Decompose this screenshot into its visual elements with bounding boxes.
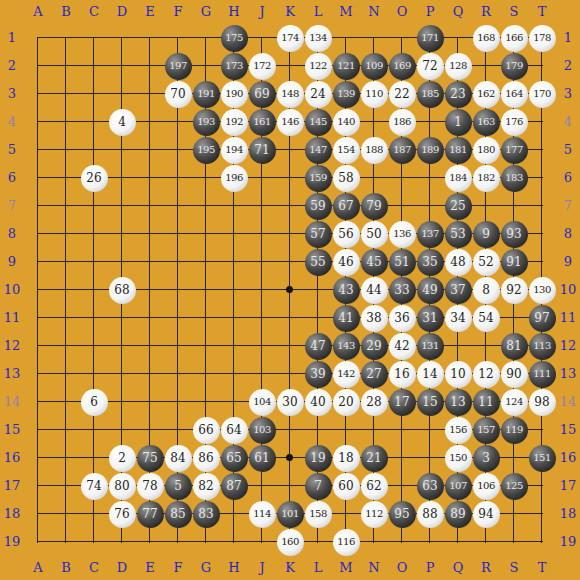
board-point-R18[interactable]: 94 (472, 500, 500, 528)
board-point-N19[interactable] (360, 528, 388, 556)
board-point-N16[interactable]: 21 (360, 444, 388, 472)
board-point-O11[interactable]: 36 (388, 304, 416, 332)
board-point-N17[interactable]: 62 (360, 472, 388, 500)
board-point-A13[interactable] (24, 360, 52, 388)
board-point-A9[interactable] (24, 248, 52, 276)
board-point-K6[interactable] (276, 164, 304, 192)
board-point-K11[interactable] (276, 304, 304, 332)
board-point-F9[interactable] (164, 248, 192, 276)
board-point-B8[interactable] (52, 220, 80, 248)
board-point-K5[interactable] (276, 136, 304, 164)
board-point-S11[interactable] (500, 304, 528, 332)
board-point-H11[interactable] (220, 304, 248, 332)
board-point-H1[interactable]: 175 (220, 24, 248, 52)
board-point-H9[interactable] (220, 248, 248, 276)
board-point-L16[interactable]: 19 (304, 444, 332, 472)
board-point-O8[interactable]: 136 (388, 220, 416, 248)
board-point-R14[interactable]: 11 (472, 388, 500, 416)
board-point-P10[interactable]: 49 (416, 276, 444, 304)
board-point-F1[interactable] (164, 24, 192, 52)
board-point-S3[interactable]: 164 (500, 80, 528, 108)
board-point-E5[interactable] (136, 136, 164, 164)
board-point-G4[interactable]: 193 (192, 108, 220, 136)
board-point-D15[interactable] (108, 416, 136, 444)
board-point-G1[interactable] (192, 24, 220, 52)
board-point-S2[interactable]: 179 (500, 52, 528, 80)
board-point-F14[interactable] (164, 388, 192, 416)
board-point-T4[interactable] (528, 108, 556, 136)
board-point-B13[interactable] (52, 360, 80, 388)
board-point-B17[interactable] (52, 472, 80, 500)
board-point-T3[interactable]: 170 (528, 80, 556, 108)
board-point-B2[interactable] (52, 52, 80, 80)
board-point-T2[interactable] (528, 52, 556, 80)
board-point-N9[interactable]: 45 (360, 248, 388, 276)
board-point-D8[interactable] (108, 220, 136, 248)
board-point-R16[interactable]: 3 (472, 444, 500, 472)
board-point-F2[interactable]: 197 (164, 52, 192, 80)
board-point-P4[interactable] (416, 108, 444, 136)
board-point-P1[interactable]: 171 (416, 24, 444, 52)
board-point-N13[interactable]: 27 (360, 360, 388, 388)
board-point-B12[interactable] (52, 332, 80, 360)
board-point-J15[interactable]: 103 (248, 416, 276, 444)
board-point-D16[interactable]: 2 (108, 444, 136, 472)
board-point-F7[interactable] (164, 192, 192, 220)
board-point-N6[interactable] (360, 164, 388, 192)
board-point-D14[interactable] (108, 388, 136, 416)
board-point-R7[interactable] (472, 192, 500, 220)
board-point-L3[interactable]: 24 (304, 80, 332, 108)
board-point-H8[interactable] (220, 220, 248, 248)
board-point-A2[interactable] (24, 52, 52, 80)
board-point-O14[interactable]: 17 (388, 388, 416, 416)
board-point-B18[interactable] (52, 500, 80, 528)
board-point-B1[interactable] (52, 24, 80, 52)
board-point-L5[interactable]: 147 (304, 136, 332, 164)
board-point-D6[interactable] (108, 164, 136, 192)
board-point-Q13[interactable]: 10 (444, 360, 472, 388)
board-point-F18[interactable]: 85 (164, 500, 192, 528)
board-point-F17[interactable]: 5 (164, 472, 192, 500)
board-point-J14[interactable]: 104 (248, 388, 276, 416)
board-point-L15[interactable] (304, 416, 332, 444)
board-point-Q19[interactable] (444, 528, 472, 556)
board-point-G9[interactable] (192, 248, 220, 276)
board-point-K7[interactable] (276, 192, 304, 220)
board-point-H17[interactable]: 87 (220, 472, 248, 500)
board-point-E11[interactable] (136, 304, 164, 332)
board-point-H7[interactable] (220, 192, 248, 220)
board-point-N7[interactable]: 79 (360, 192, 388, 220)
board-point-M15[interactable] (332, 416, 360, 444)
board-point-Q17[interactable]: 107 (444, 472, 472, 500)
board-point-E14[interactable] (136, 388, 164, 416)
board-point-L12[interactable]: 47 (304, 332, 332, 360)
board-point-T14[interactable]: 98 (528, 388, 556, 416)
board-point-E9[interactable] (136, 248, 164, 276)
board-point-J13[interactable] (248, 360, 276, 388)
board-point-Q16[interactable]: 150 (444, 444, 472, 472)
board-point-P11[interactable]: 31 (416, 304, 444, 332)
board-point-P17[interactable]: 63 (416, 472, 444, 500)
board-point-K1[interactable]: 174 (276, 24, 304, 52)
board-point-G17[interactable]: 82 (192, 472, 220, 500)
board-point-T19[interactable] (528, 528, 556, 556)
board-point-J6[interactable] (248, 164, 276, 192)
board-point-L18[interactable]: 158 (304, 500, 332, 528)
board-point-R8[interactable]: 9 (472, 220, 500, 248)
board-point-R2[interactable] (472, 52, 500, 80)
board-point-H6[interactable]: 196 (220, 164, 248, 192)
board-point-C6[interactable]: 26 (80, 164, 108, 192)
board-point-M14[interactable]: 20 (332, 388, 360, 416)
board-point-O5[interactable]: 187 (388, 136, 416, 164)
board-point-M4[interactable]: 140 (332, 108, 360, 136)
board-point-C15[interactable] (80, 416, 108, 444)
board-point-A4[interactable] (24, 108, 52, 136)
board-point-N5[interactable]: 188 (360, 136, 388, 164)
board-point-K10[interactable] (276, 276, 304, 304)
board-point-P7[interactable] (416, 192, 444, 220)
board-point-G14[interactable] (192, 388, 220, 416)
board-point-M13[interactable]: 142 (332, 360, 360, 388)
board-point-A8[interactable] (24, 220, 52, 248)
board-point-E13[interactable] (136, 360, 164, 388)
board-point-H12[interactable] (220, 332, 248, 360)
board-point-F3[interactable]: 70 (164, 80, 192, 108)
board-point-S10[interactable]: 92 (500, 276, 528, 304)
board-point-O13[interactable]: 16 (388, 360, 416, 388)
board-point-P8[interactable]: 137 (416, 220, 444, 248)
board-point-D4[interactable]: 4 (108, 108, 136, 136)
board-point-T15[interactable] (528, 416, 556, 444)
board-point-R9[interactable]: 52 (472, 248, 500, 276)
board-point-D19[interactable] (108, 528, 136, 556)
board-point-D5[interactable] (108, 136, 136, 164)
board-point-S5[interactable]: 177 (500, 136, 528, 164)
board-point-C2[interactable] (80, 52, 108, 80)
board-point-F11[interactable] (164, 304, 192, 332)
board-point-C13[interactable] (80, 360, 108, 388)
board-point-A12[interactable] (24, 332, 52, 360)
board-point-E18[interactable]: 77 (136, 500, 164, 528)
board-point-J4[interactable]: 161 (248, 108, 276, 136)
board-point-R19[interactable] (472, 528, 500, 556)
board-point-O3[interactable]: 22 (388, 80, 416, 108)
board-point-Q5[interactable]: 181 (444, 136, 472, 164)
board-point-N1[interactable] (360, 24, 388, 52)
board-point-E10[interactable] (136, 276, 164, 304)
board-point-C19[interactable] (80, 528, 108, 556)
board-point-G8[interactable] (192, 220, 220, 248)
board-point-B19[interactable] (52, 528, 80, 556)
board-point-O1[interactable] (388, 24, 416, 52)
board-point-H16[interactable]: 65 (220, 444, 248, 472)
board-point-O15[interactable] (388, 416, 416, 444)
board-point-H4[interactable]: 192 (220, 108, 248, 136)
board-point-C11[interactable] (80, 304, 108, 332)
board-point-S8[interactable]: 93 (500, 220, 528, 248)
board-point-K19[interactable]: 160 (276, 528, 304, 556)
board-point-Q18[interactable]: 89 (444, 500, 472, 528)
board-point-Q2[interactable]: 128 (444, 52, 472, 80)
board-point-H5[interactable]: 194 (220, 136, 248, 164)
board-point-K16[interactable] (276, 444, 304, 472)
board-point-M2[interactable]: 121 (332, 52, 360, 80)
board-point-M5[interactable]: 154 (332, 136, 360, 164)
board-point-D17[interactable]: 80 (108, 472, 136, 500)
board-point-N2[interactable]: 109 (360, 52, 388, 80)
board-point-E17[interactable]: 78 (136, 472, 164, 500)
board-point-N4[interactable] (360, 108, 388, 136)
board-point-J1[interactable] (248, 24, 276, 52)
board-point-E1[interactable] (136, 24, 164, 52)
board-point-P16[interactable] (416, 444, 444, 472)
board-point-K17[interactable] (276, 472, 304, 500)
board-point-L17[interactable]: 7 (304, 472, 332, 500)
board-point-E4[interactable] (136, 108, 164, 136)
board-point-T9[interactable] (528, 248, 556, 276)
board-point-N11[interactable]: 38 (360, 304, 388, 332)
board-point-Q12[interactable] (444, 332, 472, 360)
board-point-K13[interactable] (276, 360, 304, 388)
board-point-Q4[interactable]: 1 (444, 108, 472, 136)
board-point-L1[interactable]: 134 (304, 24, 332, 52)
board-point-B5[interactable] (52, 136, 80, 164)
board-point-Q3[interactable]: 23 (444, 80, 472, 108)
board-point-F13[interactable] (164, 360, 192, 388)
board-point-F19[interactable] (164, 528, 192, 556)
board-point-T18[interactable] (528, 500, 556, 528)
board-point-R10[interactable]: 8 (472, 276, 500, 304)
board-point-A19[interactable] (24, 528, 52, 556)
board-point-E6[interactable] (136, 164, 164, 192)
board-point-J11[interactable] (248, 304, 276, 332)
board-point-K4[interactable]: 146 (276, 108, 304, 136)
board-point-B14[interactable] (52, 388, 80, 416)
board-point-M8[interactable]: 56 (332, 220, 360, 248)
board-point-G6[interactable] (192, 164, 220, 192)
board-point-J19[interactable] (248, 528, 276, 556)
board-point-H10[interactable] (220, 276, 248, 304)
board-point-O6[interactable] (388, 164, 416, 192)
board-point-T1[interactable]: 178 (528, 24, 556, 52)
board-point-P6[interactable] (416, 164, 444, 192)
board-point-E7[interactable] (136, 192, 164, 220)
board-point-C1[interactable] (80, 24, 108, 52)
board-point-H3[interactable]: 190 (220, 80, 248, 108)
board-point-K3[interactable]: 148 (276, 80, 304, 108)
board-point-D7[interactable] (108, 192, 136, 220)
board-point-T16[interactable]: 151 (528, 444, 556, 472)
board-point-P14[interactable]: 15 (416, 388, 444, 416)
board-point-B10[interactable] (52, 276, 80, 304)
board-point-G15[interactable]: 66 (192, 416, 220, 444)
board-point-A16[interactable] (24, 444, 52, 472)
board-point-L19[interactable] (304, 528, 332, 556)
board-point-K15[interactable] (276, 416, 304, 444)
board-point-R17[interactable]: 106 (472, 472, 500, 500)
board-point-S17[interactable]: 125 (500, 472, 528, 500)
board-point-H18[interactable] (220, 500, 248, 528)
board-point-M16[interactable]: 18 (332, 444, 360, 472)
board-point-A18[interactable] (24, 500, 52, 528)
board-point-R11[interactable]: 54 (472, 304, 500, 332)
board-point-J8[interactable] (248, 220, 276, 248)
board-point-N8[interactable]: 50 (360, 220, 388, 248)
board-point-F8[interactable] (164, 220, 192, 248)
board-point-R4[interactable]: 163 (472, 108, 500, 136)
board-point-A14[interactable] (24, 388, 52, 416)
board-point-E8[interactable] (136, 220, 164, 248)
board-point-C10[interactable] (80, 276, 108, 304)
board-point-N15[interactable] (360, 416, 388, 444)
board-point-P2[interactable]: 72 (416, 52, 444, 80)
board-point-R13[interactable]: 12 (472, 360, 500, 388)
board-point-Q10[interactable]: 37 (444, 276, 472, 304)
board-point-K2[interactable] (276, 52, 304, 80)
board-point-G3[interactable]: 191 (192, 80, 220, 108)
board-point-S1[interactable]: 166 (500, 24, 528, 52)
board-point-H19[interactable] (220, 528, 248, 556)
board-point-H13[interactable] (220, 360, 248, 388)
board-point-K9[interactable] (276, 248, 304, 276)
board-point-G18[interactable]: 83 (192, 500, 220, 528)
board-point-T12[interactable]: 113 (528, 332, 556, 360)
board-point-A10[interactable] (24, 276, 52, 304)
board-point-G10[interactable] (192, 276, 220, 304)
board-point-M10[interactable]: 43 (332, 276, 360, 304)
board-point-L11[interactable] (304, 304, 332, 332)
board-point-G11[interactable] (192, 304, 220, 332)
board-point-J9[interactable] (248, 248, 276, 276)
board-point-C8[interactable] (80, 220, 108, 248)
board-point-E15[interactable] (136, 416, 164, 444)
board-point-K14[interactable]: 30 (276, 388, 304, 416)
board-point-B11[interactable] (52, 304, 80, 332)
board-point-T8[interactable] (528, 220, 556, 248)
board-point-S7[interactable] (500, 192, 528, 220)
board-point-L13[interactable]: 39 (304, 360, 332, 388)
board-point-E19[interactable] (136, 528, 164, 556)
board-point-J7[interactable] (248, 192, 276, 220)
board-point-E12[interactable] (136, 332, 164, 360)
board-point-N12[interactable]: 29 (360, 332, 388, 360)
board-point-P19[interactable] (416, 528, 444, 556)
board-point-P18[interactable]: 88 (416, 500, 444, 528)
board-point-J10[interactable] (248, 276, 276, 304)
board-point-G7[interactable] (192, 192, 220, 220)
board-point-B4[interactable] (52, 108, 80, 136)
board-point-N18[interactable]: 112 (360, 500, 388, 528)
board-point-R12[interactable] (472, 332, 500, 360)
board-point-A15[interactable] (24, 416, 52, 444)
board-point-F5[interactable] (164, 136, 192, 164)
board-point-C5[interactable] (80, 136, 108, 164)
board-point-S4[interactable]: 176 (500, 108, 528, 136)
board-point-D2[interactable] (108, 52, 136, 80)
board-point-P3[interactable]: 185 (416, 80, 444, 108)
board-point-J17[interactable] (248, 472, 276, 500)
board-point-S6[interactable]: 183 (500, 164, 528, 192)
board-point-Q7[interactable]: 25 (444, 192, 472, 220)
board-point-L14[interactable]: 40 (304, 388, 332, 416)
board-point-E2[interactable] (136, 52, 164, 80)
board-point-D12[interactable] (108, 332, 136, 360)
board-point-C17[interactable]: 74 (80, 472, 108, 500)
board-point-G12[interactable] (192, 332, 220, 360)
board-point-K12[interactable] (276, 332, 304, 360)
board-point-F6[interactable] (164, 164, 192, 192)
board-point-L7[interactable]: 59 (304, 192, 332, 220)
board-point-S18[interactable] (500, 500, 528, 528)
board-point-D18[interactable]: 76 (108, 500, 136, 528)
board-point-E3[interactable] (136, 80, 164, 108)
board-point-O10[interactable]: 33 (388, 276, 416, 304)
board-point-J16[interactable]: 61 (248, 444, 276, 472)
board-point-F12[interactable] (164, 332, 192, 360)
board-point-G2[interactable] (192, 52, 220, 80)
board-point-S15[interactable]: 119 (500, 416, 528, 444)
board-point-F16[interactable]: 84 (164, 444, 192, 472)
board-point-B15[interactable] (52, 416, 80, 444)
board-point-T7[interactable] (528, 192, 556, 220)
board-point-T5[interactable] (528, 136, 556, 164)
board-point-C12[interactable] (80, 332, 108, 360)
board-point-T11[interactable]: 97 (528, 304, 556, 332)
board-point-L9[interactable]: 55 (304, 248, 332, 276)
board-point-O16[interactable] (388, 444, 416, 472)
board-point-Q6[interactable]: 184 (444, 164, 472, 192)
board-point-L2[interactable]: 122 (304, 52, 332, 80)
board-point-G5[interactable]: 195 (192, 136, 220, 164)
board-point-M9[interactable]: 46 (332, 248, 360, 276)
board-point-R6[interactable]: 182 (472, 164, 500, 192)
board-point-N10[interactable]: 44 (360, 276, 388, 304)
board-point-T13[interactable]: 111 (528, 360, 556, 388)
board-point-Q8[interactable]: 53 (444, 220, 472, 248)
board-point-D3[interactable] (108, 80, 136, 108)
board-point-R5[interactable]: 180 (472, 136, 500, 164)
board-point-B6[interactable] (52, 164, 80, 192)
board-point-B16[interactable] (52, 444, 80, 472)
board-point-C14[interactable]: 6 (80, 388, 108, 416)
board-point-M7[interactable]: 67 (332, 192, 360, 220)
board-point-D11[interactable] (108, 304, 136, 332)
board-point-H14[interactable] (220, 388, 248, 416)
board-point-M17[interactable]: 60 (332, 472, 360, 500)
board-point-O7[interactable] (388, 192, 416, 220)
board-point-H15[interactable]: 64 (220, 416, 248, 444)
board-point-O4[interactable]: 186 (388, 108, 416, 136)
board-point-B7[interactable] (52, 192, 80, 220)
board-point-R3[interactable]: 162 (472, 80, 500, 108)
board-point-O12[interactable]: 42 (388, 332, 416, 360)
board-point-A5[interactable] (24, 136, 52, 164)
board-point-L4[interactable]: 145 (304, 108, 332, 136)
board-point-C18[interactable] (80, 500, 108, 528)
board-point-C7[interactable] (80, 192, 108, 220)
board-point-C9[interactable] (80, 248, 108, 276)
board-point-Q1[interactable] (444, 24, 472, 52)
board-point-A3[interactable] (24, 80, 52, 108)
board-point-G13[interactable] (192, 360, 220, 388)
board-point-T17[interactable] (528, 472, 556, 500)
board-point-M11[interactable]: 41 (332, 304, 360, 332)
board-point-N3[interactable]: 110 (360, 80, 388, 108)
board-point-D9[interactable] (108, 248, 136, 276)
